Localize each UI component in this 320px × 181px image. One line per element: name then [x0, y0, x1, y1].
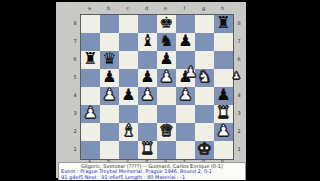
white-pawn-f4: ♟ [176, 86, 195, 104]
square-e4 [157, 87, 176, 105]
square-c4: ♟ [119, 87, 138, 105]
square-f2 [176, 123, 195, 141]
square-g8 [195, 15, 214, 33]
square-c8 [119, 15, 138, 33]
black-pawn-d5: ♟ [138, 68, 157, 86]
square-f4: ♟ [176, 87, 195, 105]
square-b3 [100, 105, 119, 123]
black-pawn-b5: ♟ [100, 68, 119, 86]
square-d4: ♟ [138, 87, 157, 105]
square-e1 [157, 141, 176, 159]
coord-label-3: 3 [236, 104, 242, 122]
white-pawn-h2: ♟ [214, 122, 233, 140]
coord-label-a: a [80, 5, 99, 12]
white-queen-e2: ♛ [157, 122, 176, 140]
coord-label-6: 6 [72, 50, 78, 68]
coord-label-2: 2 [72, 122, 78, 140]
coord-label-4: 4 [236, 86, 242, 104]
chess-viewer-panel: abcdefgh 87654321 ♚♜♝♞♟♜♛♟♟♟♟♟♞♟♟♟♟♟♟♜♝♛… [56, 2, 246, 178]
white-bishop-c2: ♝ [119, 122, 138, 140]
square-c2: ♝ [119, 123, 138, 141]
white-rook-h3: ♜ [214, 104, 233, 122]
coord-label-6: 6 [236, 50, 242, 68]
black-rook-a6: ♜ [81, 50, 100, 68]
black-king-e8: ♚ [157, 14, 176, 32]
square-a8 [81, 15, 100, 33]
square-g3 [195, 105, 214, 123]
square-f7: ♟ [176, 33, 195, 51]
white-knight-g5: ♞ [195, 68, 214, 86]
square-g4 [195, 87, 214, 105]
moving-white-pawn-gxf5: ♟ [184, 64, 197, 80]
black-bishop-d7: ♝ [138, 32, 157, 50]
coord-label-8: 8 [72, 14, 78, 32]
white-rook-d1: ♜ [138, 140, 157, 158]
white-pawn-b4: ♟ [100, 86, 119, 104]
white-king-g1: ♚ [195, 140, 214, 158]
black-knight-e7: ♞ [157, 32, 176, 50]
square-d3 [138, 105, 157, 123]
coord-label-g: g [194, 5, 213, 12]
coord-label-1: 1 [236, 140, 242, 158]
black-queen-b6: ♛ [100, 50, 119, 68]
coord-label-4: 4 [72, 86, 78, 104]
square-a5 [81, 69, 100, 87]
black-pawn-c4: ♟ [119, 86, 138, 104]
square-d7: ♝ [138, 33, 157, 51]
square-h8: ♜ [214, 15, 233, 33]
white-pawn-a3: ♟ [81, 104, 100, 122]
square-e2: ♛ [157, 123, 176, 141]
square-a2 [81, 123, 100, 141]
square-a6: ♜ [81, 51, 100, 69]
side-to-move-indicator-white-pawn-icon: ♟ [232, 70, 241, 82]
move-status-line: 91 g4xf5 Next : 91 e6xf5 Length : 90 Mat… [59, 175, 245, 181]
square-f3 [176, 105, 195, 123]
square-b8 [100, 15, 119, 33]
rank-labels-right: 87654321 [236, 14, 242, 160]
coord-label-7: 7 [72, 32, 78, 50]
black-rook-h8: ♜ [214, 14, 233, 32]
coord-label-2: 2 [236, 122, 242, 140]
white-pawn-d4: ♟ [138, 86, 157, 104]
square-h1 [214, 141, 233, 159]
square-b1 [100, 141, 119, 159]
coord-label-f: f [175, 5, 194, 12]
square-c7 [119, 33, 138, 51]
square-h2: ♟ [214, 123, 233, 141]
chess-board: ♚♜♝♞♟♜♛♟♟♟♟♟♞♟♟♟♟♟♟♜♝♛♟♜♚ [80, 14, 234, 160]
white-pawn-e5: ♟ [157, 68, 176, 86]
black-pawn-h4: ♟ [214, 86, 233, 104]
square-h6 [214, 51, 233, 69]
square-f1 [176, 141, 195, 159]
coord-label-b: b [99, 5, 118, 12]
square-g1: ♚ [195, 141, 214, 159]
coord-label-3: 3 [72, 104, 78, 122]
square-c1 [119, 141, 138, 159]
square-h7 [214, 33, 233, 51]
coord-label-5: 5 [72, 68, 78, 86]
square-e5: ♟ [157, 69, 176, 87]
square-g5: ♞ [195, 69, 214, 87]
square-a3: ♟ [81, 105, 100, 123]
coord-label-h: h [213, 5, 232, 12]
square-a1 [81, 141, 100, 159]
caption-box: Gligoric, Svetozar (????) -- Guimard, Ca… [58, 162, 246, 180]
square-g7 [195, 33, 214, 51]
coord-label-e: e [156, 5, 175, 12]
coord-label-d: d [137, 5, 156, 12]
coord-label-8: 8 [236, 14, 242, 32]
coord-label-1: 1 [72, 140, 78, 158]
file-labels-top: abcdefgh [80, 5, 234, 12]
coord-label-c: c [118, 5, 137, 12]
black-pawn-f7: ♟ [176, 32, 195, 50]
coord-label-7: 7 [236, 32, 242, 50]
square-b2 [100, 123, 119, 141]
square-b4: ♟ [100, 87, 119, 105]
square-c6 [119, 51, 138, 69]
rank-labels-left: 87654321 [72, 14, 78, 160]
square-d1: ♜ [138, 141, 157, 159]
black-pawn-e6: ♟ [157, 50, 176, 68]
